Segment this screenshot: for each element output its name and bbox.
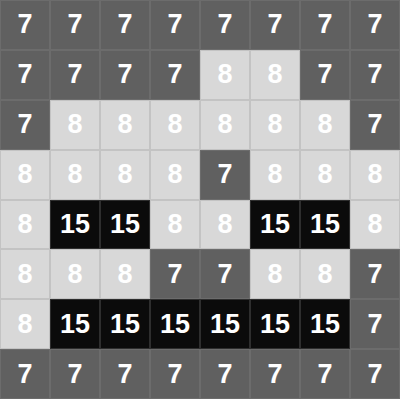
grid-cell[interactable]: 7 [250, 0, 300, 50]
grid-cell[interactable]: 8 [50, 249, 100, 299]
grid-cell[interactable]: 7 [200, 349, 250, 399]
grid-cell[interactable]: 15 [50, 299, 100, 349]
grid-cell[interactable]: 8 [200, 50, 250, 100]
grid-cell[interactable]: 8 [50, 150, 100, 200]
grid-cell[interactable]: 15 [50, 200, 100, 250]
grid-cell[interactable]: 7 [350, 100, 400, 150]
grid-cell[interactable]: 7 [300, 0, 350, 50]
grid-cell[interactable]: 7 [350, 50, 400, 100]
grid-cell[interactable]: 8 [100, 100, 150, 150]
grid-cell[interactable]: 15 [300, 200, 350, 250]
grid-cell[interactable]: 8 [50, 100, 100, 150]
grid-cell[interactable]: 7 [0, 50, 50, 100]
grid-cell[interactable]: 7 [100, 349, 150, 399]
grid-cell[interactable]: 8 [100, 150, 150, 200]
grid-cell[interactable]: 15 [300, 299, 350, 349]
grid-cell[interactable]: 7 [350, 299, 400, 349]
grid-cell[interactable]: 7 [50, 0, 100, 50]
puzzle-board: 7777777777778877788888878888788881515881… [0, 0, 400, 399]
grid-cell[interactable]: 7 [150, 249, 200, 299]
grid-cell[interactable]: 8 [150, 100, 200, 150]
grid-cell[interactable]: 7 [250, 349, 300, 399]
grid-cell[interactable]: 7 [200, 150, 250, 200]
grid-cell[interactable]: 7 [200, 0, 250, 50]
grid-cell[interactable]: 8 [250, 249, 300, 299]
grid-cell[interactable]: 8 [0, 299, 50, 349]
grid-cell[interactable]: 7 [50, 50, 100, 100]
grid-cell[interactable]: 8 [150, 150, 200, 200]
grid-cell[interactable]: 8 [100, 249, 150, 299]
grid-cell[interactable]: 8 [350, 200, 400, 250]
grid-cell[interactable]: 7 [50, 349, 100, 399]
grid-cell[interactable]: 7 [350, 0, 400, 50]
grid-cell[interactable]: 7 [0, 349, 50, 399]
grid-cell[interactable]: 8 [300, 249, 350, 299]
grid-cell[interactable]: 15 [100, 299, 150, 349]
grid-cell[interactable]: 8 [200, 100, 250, 150]
grid-cell[interactable]: 15 [200, 299, 250, 349]
grid-cell[interactable]: 8 [200, 200, 250, 250]
grid-cell[interactable]: 7 [300, 50, 350, 100]
grid-cell[interactable]: 7 [0, 100, 50, 150]
grid-cell[interactable]: 7 [150, 50, 200, 100]
grid-cell[interactable]: 7 [100, 50, 150, 100]
grid-cell[interactable]: 8 [300, 150, 350, 200]
grid-cell[interactable]: 15 [150, 299, 200, 349]
grid-cell[interactable]: 7 [150, 0, 200, 50]
grid-cell[interactable]: 8 [150, 200, 200, 250]
grid-cell[interactable]: 8 [300, 100, 350, 150]
grid-cell[interactable]: 7 [350, 249, 400, 299]
grid-cell[interactable]: 8 [250, 100, 300, 150]
grid-cell[interactable]: 7 [100, 0, 150, 50]
grid-cell[interactable]: 8 [250, 50, 300, 100]
grid-cell[interactable]: 7 [350, 349, 400, 399]
grid-cell[interactable]: 8 [0, 249, 50, 299]
grid-cell[interactable]: 15 [250, 200, 300, 250]
grid-cell[interactable]: 7 [200, 249, 250, 299]
grid-cell[interactable]: 8 [250, 150, 300, 200]
grid-cell[interactable]: 15 [100, 200, 150, 250]
grid-cell[interactable]: 15 [250, 299, 300, 349]
grid-cell[interactable]: 8 [0, 200, 50, 250]
grid-cell[interactable]: 8 [0, 150, 50, 200]
grid-cell[interactable]: 7 [300, 349, 350, 399]
grid-cell[interactable]: 7 [150, 349, 200, 399]
grid-cell[interactable]: 8 [350, 150, 400, 200]
grid-cell[interactable]: 7 [0, 0, 50, 50]
